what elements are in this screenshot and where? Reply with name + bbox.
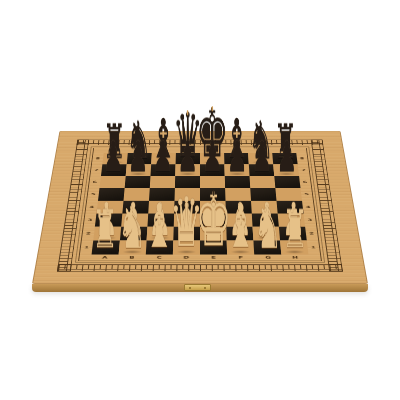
square-h6[interactable] <box>274 176 300 188</box>
board-grid: ♜♞♝♛♚♝♞♜♟♟♟♟♟♟♟♟♟♟♟♟♟♟♟♟♜♞♝♛♚♝♞♜ <box>92 153 309 255</box>
square-c7[interactable]: ♟ <box>150 164 175 176</box>
white-rook-h1[interactable]: ♜ <box>282 204 308 256</box>
square-g6[interactable] <box>250 176 276 188</box>
board-side-edge <box>32 284 368 292</box>
square-b7[interactable]: ♟ <box>126 164 151 176</box>
black-pawn-b7[interactable]: ♟ <box>128 135 149 178</box>
finial-tip <box>187 110 188 115</box>
square-h7[interactable]: ♟ <box>273 164 299 176</box>
square-g7[interactable]: ♟ <box>249 164 274 176</box>
photo-canvas: ABCDEFGH ABCDEFGH 87654321 87654321 ♜♞♝♛… <box>0 0 400 400</box>
white-knight-b1[interactable]: ♞ <box>118 198 147 256</box>
board-frame: ABCDEFGH ABCDEFGH 87654321 87654321 ♜♞♝♛… <box>32 131 368 284</box>
black-pawn-c7[interactable]: ♟ <box>152 135 173 178</box>
rank-label-6: 6 <box>299 176 311 188</box>
square-a1[interactable]: ♜ <box>92 240 120 254</box>
square-d7[interactable]: ♟ <box>175 164 200 176</box>
black-pawn-g7[interactable]: ♟ <box>252 135 273 178</box>
square-h1[interactable]: ♜ <box>280 240 308 254</box>
square-f7[interactable]: ♟ <box>224 164 249 176</box>
hinge <box>184 284 211 291</box>
black-pawn-d7[interactable]: ♟ <box>177 135 198 178</box>
square-g1[interactable]: ♞ <box>253 240 281 254</box>
square-b6[interactable] <box>125 176 151 188</box>
rank-label-8: 8 <box>296 153 308 164</box>
square-a6[interactable] <box>99 176 125 188</box>
finial-tip <box>212 106 213 111</box>
black-pawn-h7[interactable]: ♟ <box>276 135 297 178</box>
white-king-e1[interactable]: ♚ <box>195 183 231 257</box>
square-e7[interactable]: ♟ <box>200 164 225 176</box>
black-pawn-a7[interactable]: ♟ <box>103 135 124 178</box>
black-pawn-e7[interactable]: ♟ <box>202 135 223 178</box>
play-area-frame: ABCDEFGH ABCDEFGH 87654321 87654321 ♜♞♝♛… <box>78 148 322 261</box>
square-e1[interactable]: ♚ <box>200 240 227 254</box>
square-b1[interactable]: ♞ <box>119 240 147 254</box>
white-rook-a1[interactable]: ♜ <box>92 204 118 256</box>
black-pawn-f7[interactable]: ♟ <box>227 135 248 178</box>
greek-key-border-bottom <box>57 264 343 271</box>
rank-label-7: 7 <box>298 164 310 176</box>
finial-tip <box>213 190 215 196</box>
rank-label-1: 1 <box>307 240 320 254</box>
chess-board: ABCDEFGH ABCDEFGH 87654321 87654321 ♜♞♝♛… <box>32 131 368 284</box>
square-a7[interactable]: ♟ <box>101 164 127 176</box>
white-knight-g1[interactable]: ♞ <box>254 198 283 256</box>
